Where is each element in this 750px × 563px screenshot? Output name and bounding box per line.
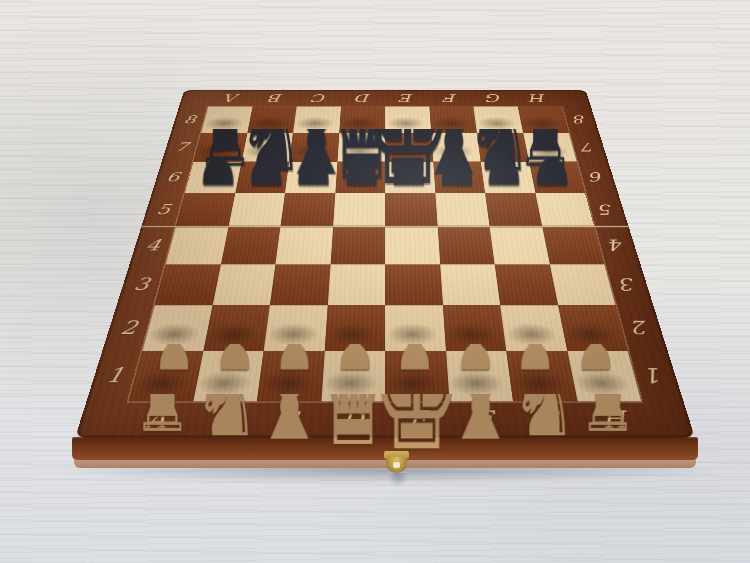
square-h1: ♜	[567, 351, 641, 402]
square-d4	[330, 227, 385, 264]
square-a6	[185, 162, 241, 193]
rank-label-right-7: 7	[569, 133, 608, 162]
file-label-bottom-e: E	[385, 401, 452, 438]
square-g1: ♞	[506, 351, 577, 402]
square-d5	[333, 193, 385, 227]
square-f6	[433, 162, 485, 193]
square-c7: ♟	[289, 133, 339, 162]
square-f5	[435, 193, 490, 227]
square-e4	[385, 227, 440, 264]
square-f1: ♝	[446, 351, 513, 402]
square-g5	[485, 193, 542, 227]
square-g7: ♟	[477, 133, 529, 162]
square-e1: ♚	[385, 351, 449, 402]
square-e7: ♟	[385, 133, 433, 162]
square-d3	[327, 264, 385, 305]
square-a5	[176, 193, 235, 227]
square-b7: ♟	[241, 133, 293, 162]
file-label-bottom-d: D	[318, 401, 385, 438]
square-b4	[221, 227, 281, 264]
file-label-bottom-g: G	[513, 401, 584, 438]
square-e5	[385, 193, 437, 227]
file-label-bottom-h: H	[577, 401, 651, 438]
square-g4	[490, 227, 550, 264]
square-g3	[495, 264, 558, 305]
square-a7: ♟	[193, 133, 247, 162]
square-h7: ♟	[523, 133, 577, 162]
square-b5	[228, 193, 285, 227]
square-d6	[335, 162, 385, 193]
hinge-seam	[141, 226, 629, 228]
square-b3	[212, 264, 275, 305]
chess-board: ♜♞♝♛♚♝♞♜♟♟♟♟♟♟♟♟♟♟♟♟♟♟♟♟♜♞♝♛♚♝♞♜ 88AA77B…	[75, 90, 695, 438]
square-g6	[481, 162, 535, 193]
square-h5	[535, 193, 594, 227]
square-a4	[166, 227, 228, 264]
square-f4	[437, 227, 494, 264]
square-c6	[285, 162, 337, 193]
square-c3	[270, 264, 330, 305]
brass-clasp-keyhole	[393, 462, 400, 468]
file-label-bottom-a: A	[119, 401, 193, 438]
square-b6	[235, 162, 289, 193]
table-surface: ♜♞♝♛♚♝♞♜♟♟♟♟♟♟♟♟♟♟♟♟♟♟♟♟♜♞♝♛♚♝♞♜ 88AA77B…	[0, 0, 750, 563]
clasp-shadow	[388, 473, 408, 487]
square-e6	[385, 162, 435, 193]
rank-label-right-6: 6	[577, 162, 618, 193]
file-label-bottom-c: C	[252, 401, 321, 438]
squares-grid: ♜♞♝♛♚♝♞♜♟♟♟♟♟♟♟♟♟♟♟♟♟♟♟♟♜♞♝♛♚♝♞♜	[129, 106, 641, 401]
square-d7: ♟	[337, 133, 385, 162]
square-h6	[529, 162, 585, 193]
square-c5	[280, 193, 335, 227]
file-label-bottom-f: F	[449, 401, 518, 438]
square-c4	[275, 227, 332, 264]
square-e3	[385, 264, 443, 305]
file-label-bottom-b: B	[185, 401, 256, 438]
square-a3	[155, 264, 221, 305]
square-f3	[440, 264, 500, 305]
square-f7: ♟	[431, 133, 481, 162]
